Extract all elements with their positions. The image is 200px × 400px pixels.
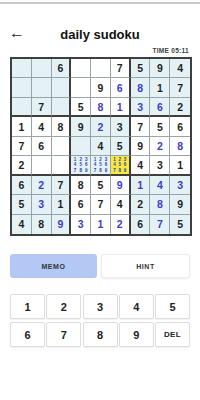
cell-value: 7 — [58, 179, 64, 191]
cell-value: 6 — [137, 218, 143, 230]
cell-value: 6 — [177, 121, 183, 133]
cell-value: 1 — [177, 159, 183, 171]
cell-r1c5[interactable] — [91, 59, 111, 78]
digit-key-1[interactable]: 1 — [10, 294, 45, 319]
memo-marks: 123456789 — [91, 156, 110, 173]
cell-value: 8 — [38, 218, 44, 230]
cell-r3c1[interactable] — [12, 98, 32, 117]
keypad-row: 12345 — [10, 294, 190, 319]
cell-r9c6[interactable]: 2 — [111, 215, 131, 234]
cell-value: 7 — [98, 198, 104, 210]
cell-r4c1[interactable]: 1 — [12, 117, 32, 136]
cell-r3c8[interactable]: 6 — [150, 98, 170, 117]
cell-r5c7[interactable]: 9 — [131, 137, 151, 156]
cell-r6c1[interactable]: 2 — [12, 156, 32, 175]
digit-key-4[interactable]: 4 — [119, 294, 154, 319]
cell-value: 7 — [117, 62, 123, 74]
cell-value: 6 — [78, 198, 84, 210]
memo-button[interactable]: MEMO — [10, 254, 97, 278]
cell-r8c6[interactable]: 4 — [111, 195, 131, 214]
cell-r1c1[interactable] — [12, 59, 32, 78]
cell-r2c2[interactable] — [32, 78, 52, 97]
cell-r7c3[interactable]: 7 — [52, 176, 72, 195]
cell-r7c4[interactable]: 8 — [71, 176, 91, 195]
cell-value: 7 — [18, 140, 24, 152]
cell-value: 3 — [38, 198, 44, 210]
cell-r9c9[interactable]: 5 — [170, 215, 190, 234]
cell-r4c8[interactable]: 5 — [150, 117, 170, 136]
cell-r2c5[interactable]: 9 — [91, 78, 111, 97]
cell-r7c1[interactable]: 6 — [12, 176, 32, 195]
cell-r8c4[interactable]: 6 — [71, 195, 91, 214]
action-buttons-row: MEMO HINT — [10, 254, 190, 278]
cell-r3c9[interactable]: 2 — [170, 98, 190, 117]
cell-value: 4 — [177, 62, 183, 74]
app-screen: ← daily sudoku TIME 05:11 67594968177581… — [0, 0, 200, 400]
cell-r7c6[interactable]: 9 — [111, 176, 131, 195]
cell-r9c1[interactable]: 4 — [12, 215, 32, 234]
cell-r9c7[interactable]: 6 — [131, 215, 151, 234]
cell-r3c6[interactable]: 1 — [111, 98, 131, 117]
cell-r5c4[interactable] — [71, 137, 91, 156]
cell-value: 8 — [78, 179, 84, 191]
cell-value: 5 — [18, 198, 24, 210]
cell-r9c8[interactable]: 7 — [150, 215, 170, 234]
cell-r2c4[interactable] — [71, 78, 91, 97]
cell-r3c2[interactable]: 7 — [32, 98, 52, 117]
cell-value: 8 — [137, 82, 143, 94]
cell-value: 2 — [98, 121, 104, 133]
cell-r4c9[interactable]: 6 — [170, 117, 190, 136]
cell-value: 3 — [157, 159, 163, 171]
cell-value: 4 — [157, 179, 163, 191]
cell-value: 9 — [177, 198, 183, 210]
cell-value: 7 — [157, 218, 163, 230]
cell-r5c9[interactable]: 8 — [170, 137, 190, 156]
cell-r1c8[interactable]: 9 — [150, 59, 170, 78]
cell-r8c2[interactable]: 3 — [32, 195, 52, 214]
cell-r7c9[interactable]: 3 — [170, 176, 190, 195]
cell-value: 9 — [58, 218, 64, 230]
cell-value: 4 — [117, 198, 123, 210]
cell-r6c3[interactable] — [52, 156, 72, 175]
cell-r1c3[interactable]: 6 — [52, 59, 72, 78]
cell-r2c9[interactable]: 7 — [170, 78, 190, 97]
cell-r3c4[interactable]: 5 — [71, 98, 91, 117]
cell-r9c4[interactable]: 3 — [71, 215, 91, 234]
cell-r1c9[interactable]: 4 — [170, 59, 190, 78]
cell-value: 1 — [157, 82, 163, 94]
cell-r4c3[interactable]: 8 — [52, 117, 72, 136]
cell-r5c6[interactable]: 5 — [111, 137, 131, 156]
cell-value: 1 — [117, 101, 123, 113]
cell-value: 6 — [117, 82, 123, 94]
cell-r2c1[interactable] — [12, 78, 32, 97]
cell-value: 3 — [137, 101, 143, 113]
cell-value: 8 — [157, 198, 163, 210]
cell-r1c6[interactable]: 7 — [111, 59, 131, 78]
cell-value: 5 — [157, 121, 163, 133]
delete-key[interactable]: DEL — [155, 322, 190, 347]
cell-value: 5 — [177, 218, 183, 230]
cell-r6c9[interactable]: 1 — [170, 156, 190, 175]
cell-r2c7[interactable]: 8 — [131, 78, 151, 97]
cell-value: 2 — [117, 218, 123, 230]
cell-r7c8[interactable]: 4 — [150, 176, 170, 195]
cell-value: 9 — [78, 121, 84, 133]
cell-r6c6[interactable]: 123456789 — [111, 156, 131, 175]
cell-value: 3 — [78, 218, 84, 230]
cell-r8c3[interactable]: 1 — [52, 195, 72, 214]
cell-r9c5[interactable]: 1 — [91, 215, 111, 234]
cell-r6c4[interactable]: 123456789 — [71, 156, 91, 175]
cell-value: 2 — [18, 159, 24, 171]
cell-value: 4 — [38, 121, 44, 133]
cell-value: 2 — [177, 101, 183, 113]
cell-r6c5[interactable]: 123456789 — [91, 156, 111, 175]
digit-key-6[interactable]: 6 — [10, 322, 45, 347]
cell-r7c2[interactable]: 2 — [32, 176, 52, 195]
cell-value: 6 — [58, 62, 64, 74]
cell-value: 2 — [38, 179, 44, 191]
cell-value: 3 — [177, 179, 183, 191]
cell-r7c5[interactable]: 5 — [91, 176, 111, 195]
digit-key-7[interactable]: 7 — [46, 322, 81, 347]
top-divider-line — [0, 2, 200, 4]
cell-r1c2[interactable] — [32, 59, 52, 78]
cell-r2c6[interactable]: 6 — [111, 78, 131, 97]
memo-marks: 123456789 — [111, 156, 129, 173]
cell-r8c8[interactable]: 8 — [150, 195, 170, 214]
cell-r5c1[interactable]: 7 — [12, 137, 32, 156]
cell-value: 9 — [117, 179, 123, 191]
cell-r5c8[interactable]: 2 — [150, 137, 170, 156]
cell-r5c5[interactable]: 4 — [91, 137, 111, 156]
cell-r4c7[interactable]: 7 — [131, 117, 151, 136]
cell-r1c7[interactable]: 5 — [131, 59, 151, 78]
digit-key-8[interactable]: 8 — [83, 322, 118, 347]
hint-button[interactable]: HINT — [101, 254, 190, 278]
cell-value: 6 — [157, 101, 163, 113]
cell-value: 1 — [98, 218, 104, 230]
cell-value: 9 — [98, 82, 104, 94]
cell-value: 4 — [137, 159, 143, 171]
number-keypad: 123456789DEL — [10, 294, 190, 347]
cell-r6c7[interactable]: 4 — [131, 156, 151, 175]
cell-r3c3[interactable] — [52, 98, 72, 117]
cell-value: 8 — [177, 140, 183, 152]
cell-value: 1 — [58, 198, 64, 210]
digit-key-9[interactable]: 9 — [119, 322, 154, 347]
cell-r9c2[interactable]: 8 — [32, 215, 52, 234]
cell-r1c4[interactable] — [71, 59, 91, 78]
cell-value: 2 — [137, 198, 143, 210]
keypad-row: 6789DEL — [10, 322, 190, 347]
cell-value: 2 — [157, 140, 163, 152]
cell-r3c5[interactable]: 8 — [91, 98, 111, 117]
cell-r2c8[interactable]: 1 — [150, 78, 170, 97]
cell-r8c7[interactable]: 2 — [131, 195, 151, 214]
page-title: daily sudoku — [0, 27, 200, 42]
cell-value: 5 — [137, 62, 143, 74]
cell-r4c5[interactable]: 2 — [91, 117, 111, 136]
timer-label: TIME 05:11 — [152, 47, 189, 54]
cell-value: 5 — [78, 101, 84, 113]
cell-value: 5 — [117, 140, 123, 152]
cell-r5c2[interactable]: 6 — [32, 137, 52, 156]
cell-value: 9 — [157, 62, 163, 74]
cell-r2c3[interactable] — [52, 78, 72, 97]
cell-r3c7[interactable]: 3 — [131, 98, 151, 117]
cell-value: 1 — [137, 179, 143, 191]
digit-key-2[interactable]: 2 — [46, 294, 81, 319]
cell-r4c6[interactable]: 3 — [111, 117, 131, 136]
cell-value: 4 — [98, 140, 104, 152]
cell-r8c9[interactable]: 9 — [170, 195, 190, 214]
cell-value: 8 — [58, 121, 64, 133]
digit-key-3[interactable]: 3 — [83, 294, 118, 319]
sudoku-grid: 6759496817758136214892375676459282123456… — [10, 57, 192, 236]
cell-value: 9 — [137, 140, 143, 152]
cell-value: 7 — [177, 82, 183, 94]
cell-r5c3[interactable] — [52, 137, 72, 156]
cell-r8c1[interactable]: 5 — [12, 195, 32, 214]
cell-value: 1 — [18, 121, 24, 133]
cell-value: 8 — [98, 101, 104, 113]
cell-r4c2[interactable]: 4 — [32, 117, 52, 136]
cell-value: 7 — [137, 121, 143, 133]
cell-value: 5 — [98, 179, 104, 191]
cell-r6c2[interactable] — [32, 156, 52, 175]
cell-value: 6 — [18, 179, 24, 191]
cell-r7c7[interactable]: 1 — [131, 176, 151, 195]
memo-marks: 123456789 — [71, 156, 90, 173]
cell-r8c5[interactable]: 7 — [91, 195, 111, 214]
cell-value: 7 — [38, 101, 44, 113]
cell-value: 4 — [18, 218, 24, 230]
cell-r9c3[interactable]: 9 — [52, 215, 72, 234]
digit-key-5[interactable]: 5 — [155, 294, 190, 319]
cell-r4c4[interactable]: 9 — [71, 117, 91, 136]
cell-value: 3 — [117, 121, 123, 133]
cell-value: 6 — [38, 140, 44, 152]
cell-r6c8[interactable]: 3 — [150, 156, 170, 175]
